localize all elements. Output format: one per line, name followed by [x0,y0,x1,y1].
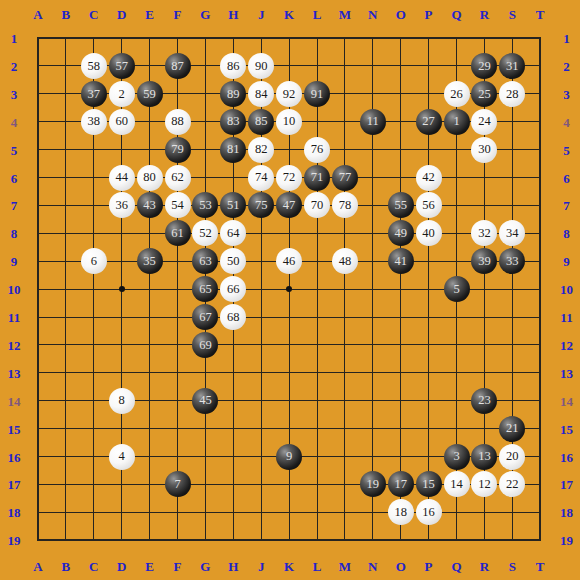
stone-number: 19 [367,478,380,491]
stone: 70 [304,192,330,218]
stone: 87 [165,53,191,79]
row-label: 11 [560,311,572,324]
stone: 47 [276,192,302,218]
stone: 81 [220,137,246,163]
stone-number: 11 [367,115,379,128]
stone-number: 29 [478,60,491,73]
stone-number: 52 [199,227,212,240]
grid-line [37,539,541,541]
stone-number: 18 [394,506,407,519]
stone: 33 [499,248,525,274]
stone-number: 80 [143,171,156,184]
stone-number: 6 [91,255,97,268]
stone: 49 [388,220,414,246]
stone-number: 71 [311,171,324,184]
stone-number: 59 [143,88,156,101]
grid-line [37,317,541,318]
stone: 19 [360,471,386,497]
col-label: P [425,560,433,573]
stone: 4 [109,444,135,470]
stone: 35 [137,248,163,274]
stone: 76 [304,137,330,163]
stone: 44 [109,165,135,191]
stone-number: 10 [283,115,296,128]
stone-number: 12 [478,478,491,491]
stone-number: 34 [506,227,519,240]
stone: 67 [192,304,218,330]
stone-number: 62 [171,171,184,184]
row-label: 4 [563,115,570,128]
stone-number: 43 [143,199,156,212]
col-label: M [339,8,351,21]
col-label: Q [451,560,461,573]
stone-number: 60 [115,115,128,128]
stone-number: 33 [506,255,519,268]
stone-number: 70 [311,199,324,212]
stone: 85 [248,109,274,135]
col-label: T [536,8,545,21]
stone-number: 24 [478,115,491,128]
stone: 56 [416,192,442,218]
stone-number: 82 [255,143,268,156]
row-label: 15 [560,422,573,435]
stone-number: 50 [227,255,240,268]
stone: 45 [192,388,218,414]
row-label: 18 [560,506,573,519]
stone: 69 [192,332,218,358]
col-label: F [174,8,182,21]
stone-number: 92 [283,88,296,101]
col-label: E [145,8,154,21]
stone: 91 [304,81,330,107]
stone: 31 [499,53,525,79]
stone-number: 61 [171,227,184,240]
stone: 6 [81,248,107,274]
stone: 23 [471,388,497,414]
stone: 25 [471,81,497,107]
stone-number: 40 [422,227,435,240]
stone-number: 41 [394,255,407,268]
stone: 12 [471,471,497,497]
stone: 78 [332,192,358,218]
stone: 32 [471,220,497,246]
stone-number: 8 [119,394,125,407]
stone: 30 [471,137,497,163]
stone: 80 [137,165,163,191]
stone-number: 36 [115,199,128,212]
stone: 66 [220,276,246,302]
stone-number: 27 [422,115,435,128]
col-label: O [396,8,406,21]
col-label: M [339,560,351,573]
col-label: N [368,560,377,573]
col-label: P [425,8,433,21]
stone: 88 [165,109,191,135]
stone-number: 25 [478,88,491,101]
star-point [119,286,125,292]
row-label: 17 [8,478,21,491]
stone-number: 72 [283,171,296,184]
row-label: 14 [560,394,573,407]
stone-number: 13 [478,450,491,463]
row-label: 8 [11,227,18,240]
row-label: 7 [563,199,570,212]
row-label: 19 [8,534,21,547]
col-label: S [509,560,516,573]
col-label: A [33,560,42,573]
stone-number: 87 [171,60,184,73]
stone-number: 28 [506,88,519,101]
grid-line [37,372,541,373]
row-label: 15 [8,422,21,435]
stone: 26 [444,81,470,107]
stone: 41 [388,248,414,274]
stone: 84 [248,81,274,107]
row-label: 2 [11,59,18,72]
stone: 11 [360,109,386,135]
row-label: 12 [8,338,21,351]
row-label: 9 [563,255,570,268]
stone: 59 [137,81,163,107]
col-label: B [62,560,71,573]
row-label: 12 [560,338,573,351]
stone-number: 81 [227,143,240,156]
stone: 86 [220,53,246,79]
col-label: J [258,8,265,21]
grid-line [37,344,541,345]
star-point [286,286,292,292]
row-label: 5 [563,143,570,156]
stone: 77 [332,165,358,191]
col-label: K [284,560,294,573]
grid-line [344,37,345,541]
stone-number: 88 [171,115,184,128]
stone: 14 [444,471,470,497]
stone-number: 5 [453,283,459,296]
col-label: L [313,8,322,21]
stone-number: 9 [286,450,292,463]
stone-number: 57 [115,60,128,73]
stone-number: 89 [227,88,240,101]
stone: 52 [192,220,218,246]
col-label: E [145,560,154,573]
stone: 89 [220,81,246,107]
col-label: F [174,560,182,573]
stone: 43 [137,192,163,218]
stone: 48 [332,248,358,274]
row-label: 3 [563,87,570,100]
stone-number: 84 [255,88,268,101]
row-label: 8 [563,227,570,240]
stone-number: 16 [422,506,435,519]
stone: 38 [81,109,107,135]
stone: 20 [499,444,525,470]
stone-number: 35 [143,255,156,268]
col-label: C [89,8,98,21]
col-label: G [200,560,210,573]
col-label: G [200,8,210,21]
stone: 8 [109,388,135,414]
stone: 9 [276,444,302,470]
stone: 36 [109,192,135,218]
stone-number: 17 [394,478,407,491]
stone: 60 [109,109,135,135]
stone-number: 67 [199,311,212,324]
stone-number: 83 [227,115,240,128]
grid-line [37,512,541,513]
stone: 51 [220,192,246,218]
go-board[interactable]: AABBCCDDEEFFGGHHJJKKLLMMNNOOPPQQRRSSTT11… [0,0,580,580]
grid-line [400,37,401,541]
stone-number: 76 [311,143,324,156]
stone: 82 [248,137,274,163]
col-label: C [89,560,98,573]
stone: 74 [248,165,274,191]
stone-number: 4 [119,450,125,463]
stone-number: 26 [450,88,463,101]
grid-line [539,37,541,541]
stone-number: 55 [394,199,407,212]
stone: 13 [471,444,497,470]
stone: 40 [416,220,442,246]
stone-number: 15 [422,478,435,491]
row-label: 18 [8,506,21,519]
stone: 54 [165,192,191,218]
stone: 55 [388,192,414,218]
row-label: 14 [8,394,21,407]
stone-number: 78 [339,199,352,212]
row-label: 1 [11,32,18,45]
col-label: O [396,560,406,573]
stone: 29 [471,53,497,79]
stone: 3 [444,444,470,470]
stone: 22 [499,471,525,497]
col-label: N [368,8,377,21]
stone: 21 [499,416,525,442]
col-label: T [536,560,545,573]
col-label: Q [451,8,461,21]
stone-number: 3 [453,450,459,463]
row-label: 10 [560,283,573,296]
stone-number: 74 [255,171,268,184]
stone: 27 [416,109,442,135]
stone-number: 22 [506,478,519,491]
stone-number: 38 [88,115,101,128]
stone-number: 79 [171,143,184,156]
stone-number: 51 [227,199,240,212]
stone: 2 [109,81,135,107]
col-label: R [480,8,489,21]
stone-number: 42 [422,171,435,184]
stone-number: 91 [311,88,324,101]
stone-number: 54 [171,199,184,212]
stone-number: 68 [227,311,240,324]
stone: 90 [248,53,274,79]
row-label: 16 [8,450,21,463]
stone-number: 37 [88,88,101,101]
row-label: 11 [8,311,20,324]
stone-number: 14 [450,478,463,491]
stone-number: 7 [174,478,180,491]
stone-number: 86 [227,60,240,73]
stone-number: 21 [506,422,519,435]
col-label: D [117,560,126,573]
stone: 83 [220,109,246,135]
col-label: J [258,560,265,573]
stone-number: 56 [422,199,435,212]
row-label: 2 [563,59,570,72]
row-label: 13 [8,366,21,379]
row-label: 6 [11,171,18,184]
row-label: 16 [560,450,573,463]
stone-number: 44 [115,171,128,184]
row-label: 9 [11,255,18,268]
stone: 68 [220,304,246,330]
grid-line [37,428,541,429]
row-label: 5 [11,143,18,156]
col-label: D [117,8,126,21]
stone: 10 [276,109,302,135]
stone: 7 [165,471,191,497]
stone: 15 [416,471,442,497]
stone-number: 2 [119,88,125,101]
stone: 34 [499,220,525,246]
stone: 72 [276,165,302,191]
stone-number: 30 [478,143,491,156]
stone: 57 [109,53,135,79]
row-label: 17 [560,478,573,491]
stone: 17 [388,471,414,497]
stone: 64 [220,220,246,246]
stone: 79 [165,137,191,163]
stone: 1 [444,109,470,135]
stone-number: 85 [255,115,268,128]
stone-number: 20 [506,450,519,463]
stone: 18 [388,499,414,525]
stone-number: 45 [199,394,212,407]
stone: 28 [499,81,525,107]
col-label: S [509,8,516,21]
stone-number: 39 [478,255,491,268]
stone-number: 48 [339,255,352,268]
grid-line [317,37,318,541]
row-label: 4 [11,115,18,128]
row-label: 10 [8,283,21,296]
stone-number: 53 [199,199,212,212]
stone: 92 [276,81,302,107]
stone-number: 23 [478,394,491,407]
row-label: 6 [563,171,570,184]
stone: 63 [192,248,218,274]
stone: 53 [192,192,218,218]
stone: 61 [165,220,191,246]
col-label: L [313,560,322,573]
stone-number: 63 [199,255,212,268]
row-label: 13 [560,366,573,379]
stone-number: 1 [453,115,459,128]
stone: 71 [304,165,330,191]
row-label: 3 [11,87,18,100]
stone-number: 75 [255,199,268,212]
stone: 75 [248,192,274,218]
stone-number: 47 [283,199,296,212]
stone: 62 [165,165,191,191]
stone: 46 [276,248,302,274]
stone: 39 [471,248,497,274]
stone: 65 [192,276,218,302]
stone-number: 64 [227,227,240,240]
stone-number: 58 [88,60,101,73]
stone-number: 69 [199,339,212,352]
stone-number: 32 [478,227,491,240]
stone: 58 [81,53,107,79]
row-label: 1 [563,32,570,45]
col-label: H [228,8,238,21]
col-label: A [33,8,42,21]
stone-number: 49 [394,227,407,240]
stone-number: 90 [255,60,268,73]
col-label: K [284,8,294,21]
stone-number: 65 [199,283,212,296]
col-label: R [480,560,489,573]
row-label: 19 [560,534,573,547]
stone-number: 66 [227,283,240,296]
stone: 37 [81,81,107,107]
col-label: H [228,560,238,573]
stone: 50 [220,248,246,274]
row-label: 7 [11,199,18,212]
col-label: B [62,8,71,21]
stone-number: 31 [506,60,519,73]
stone: 42 [416,165,442,191]
stone-number: 46 [283,255,296,268]
stone: 5 [444,276,470,302]
stone: 24 [471,109,497,135]
stone: 16 [416,499,442,525]
stone-number: 77 [339,171,352,184]
